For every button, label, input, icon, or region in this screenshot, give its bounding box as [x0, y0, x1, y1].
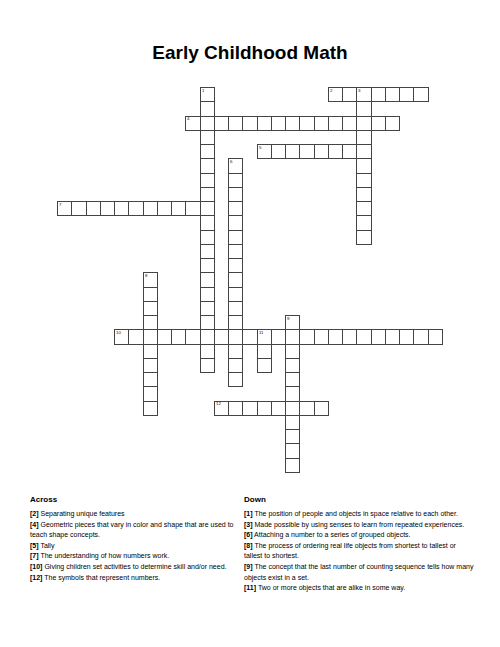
grid-cell[interactable]: [356, 215, 371, 230]
grid-cell[interactable]: [200, 258, 215, 273]
grid-cell[interactable]: 8: [143, 272, 158, 287]
clue-item: [9] The concept that the last number of …: [244, 562, 474, 583]
grid-cell[interactable]: [128, 201, 143, 216]
grid-cell[interactable]: [200, 230, 215, 245]
grid-cell[interactable]: [214, 329, 229, 344]
grid-cell[interactable]: [328, 116, 343, 131]
grid-cell[interactable]: [200, 329, 215, 344]
grid-cell[interactable]: [114, 201, 129, 216]
grid-cell[interactable]: [413, 329, 428, 344]
grid-cell[interactable]: [299, 144, 314, 159]
clue-item-number: [8]: [244, 542, 253, 549]
grid-cell[interactable]: [342, 87, 357, 102]
grid-cell[interactable]: [228, 201, 243, 216]
grid-cell[interactable]: [228, 344, 243, 359]
clue-item-number: [12]: [30, 574, 42, 581]
grid-cell[interactable]: [356, 329, 371, 344]
clue-item: [12] The symbols that represent numbers.: [30, 573, 244, 584]
cell-number: 1: [202, 89, 204, 93]
clue-item: [1] The position of people and objects i…: [244, 509, 474, 520]
clue-item-number: [4]: [30, 521, 39, 528]
grid-cell[interactable]: [356, 101, 371, 116]
grid-cell[interactable]: 12: [214, 401, 229, 416]
clue-item-number: [11]: [244, 584, 256, 591]
cell-number: 10: [116, 331, 121, 335]
grid-cell[interactable]: 4: [185, 116, 200, 131]
grid-cell[interactable]: [356, 201, 371, 216]
grid-cell[interactable]: [228, 244, 243, 259]
grid-cell[interactable]: [200, 144, 215, 159]
grid-cell[interactable]: [228, 301, 243, 316]
grid-cell[interactable]: [257, 116, 272, 131]
cell-number: 9: [287, 317, 289, 321]
clue-item: [8] The process of ordering real life ob…: [244, 541, 474, 562]
grid-cell[interactable]: [385, 87, 400, 102]
grid-cell[interactable]: 10: [114, 329, 129, 344]
grid-cell[interactable]: [413, 87, 428, 102]
grid-cell[interactable]: [285, 458, 300, 473]
cell-number: 4: [187, 117, 189, 121]
grid-cell[interactable]: [342, 144, 357, 159]
grid-cell[interactable]: [356, 230, 371, 245]
grid-cell[interactable]: [157, 201, 172, 216]
grid-cell[interactable]: [285, 329, 300, 344]
grid-cell[interactable]: [200, 215, 215, 230]
grid-cell[interactable]: [228, 187, 243, 202]
grid-cell[interactable]: [285, 344, 300, 359]
clue-item-number: [7]: [30, 552, 39, 559]
grid-cell[interactable]: [257, 401, 272, 416]
grid-cell[interactable]: [371, 329, 386, 344]
grid-cell[interactable]: [200, 358, 215, 373]
grid-cell[interactable]: [328, 144, 343, 159]
grid-cell[interactable]: [271, 329, 286, 344]
grid-cell[interactable]: [171, 201, 186, 216]
cell-number: 7: [59, 203, 61, 207]
grid-cell[interactable]: [228, 315, 243, 330]
clue-item: [11] Two or more objects that are alike …: [244, 583, 474, 594]
grid-cell[interactable]: [228, 173, 243, 188]
page: { "game": "crossword", "title": "Early C…: [0, 0, 500, 647]
grid-cell[interactable]: [200, 344, 215, 359]
grid-cell[interactable]: [271, 116, 286, 131]
grid-cell[interactable]: [200, 201, 215, 216]
crossword-grid: 123456789101112: [57, 87, 443, 473]
grid-cell[interactable]: [200, 315, 215, 330]
grid-cell[interactable]: [200, 272, 215, 287]
clue-item: [4] Geometric pieces that vary in color …: [30, 520, 244, 541]
clue-item-number: [2]: [30, 510, 39, 517]
cell-number: 6: [230, 160, 232, 164]
across-header: Across: [30, 494, 244, 505]
grid-cell[interactable]: [214, 116, 229, 131]
grid-cell[interactable]: [143, 372, 158, 387]
grid-cell[interactable]: 9: [285, 315, 300, 330]
grid-cell[interactable]: [200, 301, 215, 316]
grid-cell[interactable]: [428, 329, 443, 344]
grid-cell[interactable]: [200, 287, 215, 302]
grid-cell[interactable]: [314, 329, 329, 344]
grid-cell[interactable]: [143, 401, 158, 416]
grid-cell[interactable]: [200, 130, 215, 145]
grid-cell[interactable]: [285, 144, 300, 159]
grid-cell[interactable]: [143, 315, 158, 330]
grid-cell[interactable]: [314, 144, 329, 159]
grid-cell[interactable]: [371, 87, 386, 102]
grid-cell[interactable]: [328, 329, 343, 344]
grid-cell[interactable]: [171, 329, 186, 344]
grid-cell[interactable]: 1: [200, 87, 215, 102]
grid-cell[interactable]: [228, 401, 243, 416]
grid-cell[interactable]: [257, 358, 272, 373]
grid-cell[interactable]: [143, 344, 158, 359]
grid-cell[interactable]: [342, 116, 357, 131]
clue-item-number: [9]: [244, 563, 253, 570]
grid-cell[interactable]: [143, 329, 158, 344]
clue-item-number: [1]: [244, 510, 253, 517]
down-clue-list: [1] The position of people and objects i…: [244, 509, 474, 594]
grid-cell[interactable]: [285, 443, 300, 458]
grid-cell[interactable]: [228, 358, 243, 373]
grid-cell[interactable]: 7: [57, 201, 72, 216]
grid-cell[interactable]: 11: [257, 329, 272, 344]
grid-cell[interactable]: [242, 329, 257, 344]
grid-cell[interactable]: [385, 116, 400, 131]
grid-cell[interactable]: [228, 258, 243, 273]
grid-cell[interactable]: [385, 329, 400, 344]
grid-cell[interactable]: [271, 401, 286, 416]
grid-cell[interactable]: [71, 201, 86, 216]
grid-cell[interactable]: [242, 401, 257, 416]
grid-cell[interactable]: [228, 272, 243, 287]
clue-item-number: [10]: [30, 563, 42, 570]
grid-cell[interactable]: [228, 116, 243, 131]
cell-number: 5: [259, 146, 261, 150]
down-header: Down: [244, 494, 474, 505]
grid-cell[interactable]: [314, 116, 329, 131]
grid-cell[interactable]: [185, 201, 200, 216]
grid-cell[interactable]: [86, 201, 101, 216]
cell-number: 3: [358, 89, 360, 93]
grid-cell[interactable]: [399, 87, 414, 102]
grid-cell[interactable]: 6: [228, 158, 243, 173]
grid-cell[interactable]: [228, 230, 243, 245]
grid-cell[interactable]: [185, 329, 200, 344]
grid-cell[interactable]: [299, 116, 314, 131]
grid-cell[interactable]: [356, 173, 371, 188]
grid-cell[interactable]: [356, 116, 371, 131]
across-clue-list: [2] Separating unique features[4] Geomet…: [30, 509, 244, 583]
grid-cell[interactable]: [228, 287, 243, 302]
cell-number: 12: [216, 402, 221, 406]
grid-cell[interactable]: [200, 158, 215, 173]
grid-cell[interactable]: [285, 401, 300, 416]
grid-cell[interactable]: [143, 301, 158, 316]
grid-cell[interactable]: [285, 429, 300, 444]
grid-cell[interactable]: 3: [356, 87, 371, 102]
grid-cell[interactable]: [143, 386, 158, 401]
grid-cell[interactable]: [200, 101, 215, 116]
clue-item: [5] Tally: [30, 541, 244, 552]
clue-item-number: [6]: [244, 531, 253, 538]
grid-cell[interactable]: [285, 372, 300, 387]
grid-cell[interactable]: [285, 358, 300, 373]
grid-cell[interactable]: [356, 187, 371, 202]
clue-item: [2] Separating unique features: [30, 509, 244, 520]
grid-cell[interactable]: [200, 173, 215, 188]
grid-cell[interactable]: [228, 372, 243, 387]
grid-cell[interactable]: [200, 187, 215, 202]
cell-number: 2: [330, 89, 332, 93]
grid-cell[interactable]: [342, 329, 357, 344]
grid-cell[interactable]: [228, 215, 243, 230]
cell-number: 11: [259, 331, 264, 335]
grid-cell[interactable]: [242, 116, 257, 131]
page-title: Early Childhood Math: [0, 42, 500, 64]
clue-item: [3] Made possible by using senses to lea…: [244, 520, 474, 531]
grid-cell[interactable]: [257, 344, 272, 359]
clue-item: [7] The understanding of how numbers wor…: [30, 551, 244, 562]
grid-cell[interactable]: [200, 116, 215, 131]
clue-item-number: [5]: [30, 542, 39, 549]
grid-cell[interactable]: [285, 386, 300, 401]
clue-item: [6] Attaching a number to a series of gr…: [244, 530, 474, 541]
grid-cell[interactable]: [399, 329, 414, 344]
grid-cell[interactable]: [371, 116, 386, 131]
grid-cell[interactable]: [157, 329, 172, 344]
grid-cell[interactable]: [143, 201, 158, 216]
grid-cell[interactable]: [200, 244, 215, 259]
down-clues-section: Down [1] The position of people and obje…: [244, 494, 474, 594]
cell-number: 8: [145, 274, 147, 278]
grid-cell[interactable]: [143, 358, 158, 373]
grid-cell[interactable]: [228, 329, 243, 344]
across-clues-section: Across [2] Separating unique features[4]…: [30, 494, 244, 583]
grid-cell[interactable]: [285, 415, 300, 430]
grid-cell[interactable]: 5: [257, 144, 272, 159]
grid-cell[interactable]: [271, 144, 286, 159]
grid-cell[interactable]: [356, 130, 371, 145]
grid-cell[interactable]: [299, 329, 314, 344]
grid-cell[interactable]: [100, 201, 115, 216]
grid-cell[interactable]: [314, 401, 329, 416]
grid-cell[interactable]: [356, 158, 371, 173]
grid-cell[interactable]: [285, 116, 300, 131]
grid-cell[interactable]: [299, 401, 314, 416]
grid-cell[interactable]: [356, 144, 371, 159]
grid-cell[interactable]: 2: [328, 87, 343, 102]
clue-item: [10] Giving children set activities to d…: [30, 562, 244, 573]
clue-item-number: [3]: [244, 521, 253, 528]
grid-cell[interactable]: [143, 287, 158, 302]
grid-cell[interactable]: [128, 329, 143, 344]
